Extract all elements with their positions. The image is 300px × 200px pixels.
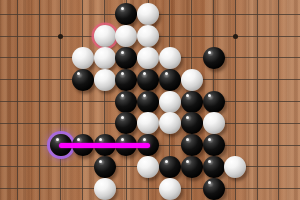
grid-horizontal-line [0,188,300,189]
white-stone [137,47,159,69]
black-stone [203,47,225,69]
white-stone [159,112,181,134]
gomoku-board[interactable] [0,0,300,200]
white-stone [94,178,116,200]
white-stone [94,47,116,69]
black-stone [203,134,225,156]
white-stone [224,156,246,178]
black-stone [115,112,137,134]
white-stone-last-move [94,25,116,47]
black-stone [181,112,203,134]
black-stone [115,3,137,25]
black-stone [137,69,159,91]
grid-vertical-line [278,0,279,200]
grid-vertical-line [39,0,40,200]
black-stone [72,69,94,91]
star-point [233,34,238,39]
black-stone [94,156,116,178]
black-stone [115,91,137,113]
black-stone [181,91,203,113]
black-stone [137,91,159,113]
white-stone [72,47,94,69]
white-stone [115,25,137,47]
black-stone [115,69,137,91]
white-stone [181,69,203,91]
black-stone [115,47,137,69]
white-stone [159,47,181,69]
white-stone [159,178,181,200]
white-stone [203,112,225,134]
white-stone [137,156,159,178]
black-stone [203,91,225,113]
white-stone [159,91,181,113]
grid-vertical-line [17,0,18,200]
grid-vertical-line [257,0,258,200]
black-stone [159,69,181,91]
star-point [58,34,63,39]
white-stone [137,25,159,47]
white-stone [137,3,159,25]
white-stone [94,69,116,91]
grid-vertical-line [60,0,61,200]
black-stone [181,134,203,156]
white-stone [137,112,159,134]
grid-vertical-line [82,0,83,200]
win-line [59,143,150,148]
black-stone [181,156,203,178]
black-stone [203,178,225,200]
black-stone [203,156,225,178]
black-stone [159,156,181,178]
